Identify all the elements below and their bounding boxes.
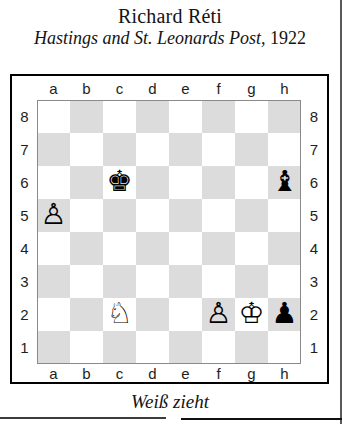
square-h5 — [268, 199, 301, 232]
square-g1 — [235, 331, 268, 364]
rank-label-left-7: 7 — [12, 133, 37, 166]
square-d5 — [136, 199, 169, 232]
square-d6 — [136, 166, 169, 199]
piece-white-knight: ♘ — [107, 299, 133, 328]
square-a8 — [37, 100, 70, 133]
rank-label-right-4: 4 — [301, 232, 327, 265]
square-h2: ♟ — [268, 298, 301, 331]
square-e8 — [169, 100, 202, 133]
source-year: 1922 — [270, 28, 306, 48]
square-f5 — [202, 199, 235, 232]
rank-label-left-4: 4 — [12, 232, 37, 265]
square-d1 — [136, 331, 169, 364]
file-label-top-f: f — [202, 76, 235, 100]
square-c6: ♚ — [103, 166, 136, 199]
rank-label-left-8: 8 — [12, 100, 37, 133]
board-frame: abcdefgh88776♚♝65♙544332♘♙♔♟211abcdefgh — [10, 74, 329, 384]
square-c4 — [103, 232, 136, 265]
rank-label-right-2: 2 — [301, 298, 327, 331]
piece-black-bishop: ♝ — [272, 167, 298, 196]
rank-label-left-6: 6 — [12, 166, 37, 199]
square-b6 — [70, 166, 103, 199]
square-b2 — [70, 298, 103, 331]
square-f2: ♙ — [202, 298, 235, 331]
page-rule-bottom-right — [181, 418, 342, 420]
square-g2: ♔ — [235, 298, 268, 331]
rank-label-right-7: 7 — [301, 133, 327, 166]
piece-white-pawn: ♙ — [206, 299, 232, 328]
square-f3 — [202, 265, 235, 298]
frame-corner-top-right — [301, 76, 327, 100]
square-b1 — [70, 331, 103, 364]
square-c7 — [103, 133, 136, 166]
file-label-top-g: g — [235, 76, 268, 100]
file-label-bottom-d: d — [136, 364, 169, 382]
file-label-bottom-a: a — [37, 364, 70, 382]
file-label-top-a: a — [37, 76, 70, 100]
file-label-top-c: c — [103, 76, 136, 100]
rank-label-left-2: 2 — [12, 298, 37, 331]
square-f8 — [202, 100, 235, 133]
square-g4 — [235, 232, 268, 265]
square-g6 — [235, 166, 268, 199]
piece-white-pawn: ♙ — [41, 200, 67, 229]
square-h7 — [268, 133, 301, 166]
square-g7 — [235, 133, 268, 166]
square-e7 — [169, 133, 202, 166]
square-d4 — [136, 232, 169, 265]
piece-black-pawn: ♟ — [272, 299, 298, 328]
piece-black-king: ♚ — [107, 167, 133, 196]
square-e2 — [169, 298, 202, 331]
square-b4 — [70, 232, 103, 265]
file-label-bottom-b: b — [70, 364, 103, 382]
square-f7 — [202, 133, 235, 166]
file-label-bottom-c: c — [103, 364, 136, 382]
frame-corner-bottom-left — [12, 364, 37, 382]
square-a6 — [37, 166, 70, 199]
square-e4 — [169, 232, 202, 265]
square-c3 — [103, 265, 136, 298]
square-c5 — [103, 199, 136, 232]
square-b5 — [70, 199, 103, 232]
square-c2: ♘ — [103, 298, 136, 331]
square-h4 — [268, 232, 301, 265]
square-h6: ♝ — [268, 166, 301, 199]
square-d3 — [136, 265, 169, 298]
frame-corner-bottom-right — [301, 364, 327, 382]
square-a7 — [37, 133, 70, 166]
rank-label-left-1: 1 — [12, 331, 37, 364]
file-label-top-b: b — [70, 76, 103, 100]
square-f1 — [202, 331, 235, 364]
file-label-bottom-f: f — [202, 364, 235, 382]
square-a1 — [37, 331, 70, 364]
file-label-bottom-h: h — [268, 364, 301, 382]
file-label-top-h: h — [268, 76, 301, 100]
square-e3 — [169, 265, 202, 298]
square-e1 — [169, 331, 202, 364]
rank-label-right-5: 5 — [301, 199, 327, 232]
square-c1 — [103, 331, 136, 364]
square-d7 — [136, 133, 169, 166]
square-h8 — [268, 100, 301, 133]
rank-label-right-3: 3 — [301, 265, 327, 298]
square-g8 — [235, 100, 268, 133]
rank-label-right-8: 8 — [301, 100, 327, 133]
square-g5 — [235, 199, 268, 232]
square-a3 — [37, 265, 70, 298]
square-h1 — [268, 331, 301, 364]
square-d2 — [136, 298, 169, 331]
page: Richard Réti Hastings and St. Leonards P… — [0, 0, 342, 424]
source-publication: Hastings and St. Leonards Post, — [34, 28, 265, 48]
file-label-bottom-g: g — [235, 364, 268, 382]
rank-label-left-5: 5 — [12, 199, 37, 232]
square-a2 — [37, 298, 70, 331]
square-d8 — [136, 100, 169, 133]
square-e6 — [169, 166, 202, 199]
piece-white-king: ♔ — [239, 299, 265, 328]
square-b3 — [70, 265, 103, 298]
square-g3 — [235, 265, 268, 298]
file-label-top-e: e — [169, 76, 202, 100]
square-a4 — [37, 232, 70, 265]
side-to-move-caption: Weiß zieht — [0, 391, 340, 413]
frame-corner-top-left — [12, 76, 37, 100]
square-b8 — [70, 100, 103, 133]
rank-label-right-6: 6 — [301, 166, 327, 199]
page-rule-bottom-left — [0, 417, 166, 419]
rank-label-left-3: 3 — [12, 265, 37, 298]
square-f6 — [202, 166, 235, 199]
file-label-top-d: d — [136, 76, 169, 100]
square-e5 — [169, 199, 202, 232]
square-h3 — [268, 265, 301, 298]
square-b7 — [70, 133, 103, 166]
file-label-bottom-e: e — [169, 364, 202, 382]
square-f4 — [202, 232, 235, 265]
source-line: Hastings and St. Leonards Post, 1922 — [0, 28, 340, 49]
square-a5: ♙ — [37, 199, 70, 232]
square-c8 — [103, 100, 136, 133]
rank-label-right-1: 1 — [301, 331, 327, 364]
page-title: Richard Réti — [0, 5, 340, 28]
